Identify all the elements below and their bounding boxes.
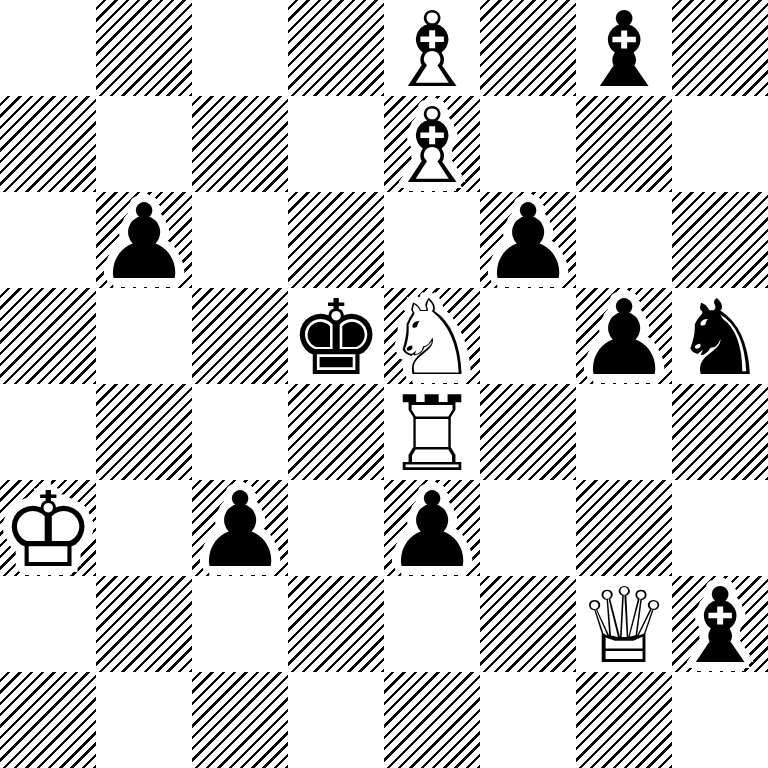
- square-c8[interactable]: [192, 0, 288, 96]
- piece-halo: ♟: [96, 192, 192, 288]
- square-h1[interactable]: [672, 672, 768, 768]
- square-a5[interactable]: [0, 288, 96, 384]
- square-b4[interactable]: [96, 384, 192, 480]
- square-d8[interactable]: [288, 0, 384, 96]
- square-e5[interactable]: ♞♘: [384, 288, 480, 384]
- square-g7[interactable]: [576, 96, 672, 192]
- square-c5[interactable]: [192, 288, 288, 384]
- square-g6[interactable]: [576, 192, 672, 288]
- square-c4[interactable]: [192, 384, 288, 480]
- square-e2[interactable]: [384, 576, 480, 672]
- square-a4[interactable]: [0, 384, 96, 480]
- square-a8[interactable]: [0, 0, 96, 96]
- square-c7[interactable]: [192, 96, 288, 192]
- square-b2[interactable]: [96, 576, 192, 672]
- square-d3[interactable]: [288, 480, 384, 576]
- square-b1[interactable]: [96, 672, 192, 768]
- square-h7[interactable]: [672, 96, 768, 192]
- square-e8[interactable]: ♝♗: [384, 0, 480, 96]
- square-f5[interactable]: [480, 288, 576, 384]
- square-c3[interactable]: ♟♟: [192, 480, 288, 576]
- piece-halo: ♝: [384, 0, 480, 96]
- square-a7[interactable]: [0, 96, 96, 192]
- square-f7[interactable]: [480, 96, 576, 192]
- square-g8[interactable]: ♝♝: [576, 0, 672, 96]
- piece-halo: ♞: [384, 288, 480, 384]
- square-f4[interactable]: [480, 384, 576, 480]
- piece-halo: ♚: [0, 480, 96, 576]
- piece-halo: ♞: [672, 288, 768, 384]
- square-a1[interactable]: [0, 672, 96, 768]
- piece-halo: ♚: [288, 288, 384, 384]
- square-b7[interactable]: [96, 96, 192, 192]
- chess-board: ♝♗♝♝♝♗♟♟♟♟♚♚♞♘♟♟♞♞♜♖♚♔♟♟♟♟♛♕♝♝: [0, 0, 768, 768]
- square-b8[interactable]: [96, 0, 192, 96]
- square-c2[interactable]: [192, 576, 288, 672]
- piece-black-king[interactable]: ♚: [288, 288, 384, 384]
- piece-black-pawn[interactable]: ♟: [384, 480, 480, 576]
- piece-black-pawn[interactable]: ♟: [192, 480, 288, 576]
- square-g5[interactable]: ♟♟: [576, 288, 672, 384]
- square-h3[interactable]: [672, 480, 768, 576]
- square-d7[interactable]: [288, 96, 384, 192]
- piece-black-bishop[interactable]: ♝: [672, 576, 768, 672]
- square-a3[interactable]: ♚♔: [0, 480, 96, 576]
- square-g1[interactable]: [576, 672, 672, 768]
- piece-black-bishop[interactable]: ♝: [576, 0, 672, 96]
- square-h2[interactable]: ♝♝: [672, 576, 768, 672]
- square-f1[interactable]: [480, 672, 576, 768]
- square-d2[interactable]: [288, 576, 384, 672]
- piece-black-pawn[interactable]: ♟: [480, 192, 576, 288]
- square-f2[interactable]: [480, 576, 576, 672]
- piece-white-knight[interactable]: ♘: [384, 288, 480, 384]
- square-e7[interactable]: ♝♗: [384, 96, 480, 192]
- square-h5[interactable]: ♞♞: [672, 288, 768, 384]
- square-h8[interactable]: [672, 0, 768, 96]
- square-d6[interactable]: [288, 192, 384, 288]
- square-h4[interactable]: [672, 384, 768, 480]
- piece-white-king[interactable]: ♔: [0, 480, 96, 576]
- piece-halo: ♝: [384, 96, 480, 192]
- square-f8[interactable]: [480, 0, 576, 96]
- square-d5[interactable]: ♚♚: [288, 288, 384, 384]
- piece-white-queen[interactable]: ♕: [576, 576, 672, 672]
- square-f3[interactable]: [480, 480, 576, 576]
- square-c6[interactable]: [192, 192, 288, 288]
- piece-white-rook[interactable]: ♖: [384, 384, 480, 480]
- square-g4[interactable]: [576, 384, 672, 480]
- piece-white-bishop[interactable]: ♗: [384, 96, 480, 192]
- piece-halo: ♝: [576, 0, 672, 96]
- piece-halo: ♟: [384, 480, 480, 576]
- square-a6[interactable]: [0, 192, 96, 288]
- square-e3[interactable]: ♟♟: [384, 480, 480, 576]
- square-g2[interactable]: ♛♕: [576, 576, 672, 672]
- square-e1[interactable]: [384, 672, 480, 768]
- square-e6[interactable]: [384, 192, 480, 288]
- square-b6[interactable]: ♟♟: [96, 192, 192, 288]
- square-b5[interactable]: [96, 288, 192, 384]
- square-d1[interactable]: [288, 672, 384, 768]
- piece-halo: ♟: [192, 480, 288, 576]
- piece-halo: ♝: [672, 576, 768, 672]
- square-g3[interactable]: [576, 480, 672, 576]
- square-a2[interactable]: [0, 576, 96, 672]
- square-e4[interactable]: ♜♖: [384, 384, 480, 480]
- square-f6[interactable]: ♟♟: [480, 192, 576, 288]
- piece-halo: ♟: [480, 192, 576, 288]
- piece-black-knight[interactable]: ♞: [672, 288, 768, 384]
- square-b3[interactable]: [96, 480, 192, 576]
- piece-halo: ♜: [384, 384, 480, 480]
- square-h6[interactable]: [672, 192, 768, 288]
- piece-black-pawn[interactable]: ♟: [576, 288, 672, 384]
- piece-halo: ♛: [576, 576, 672, 672]
- square-c1[interactable]: [192, 672, 288, 768]
- square-d4[interactable]: [288, 384, 384, 480]
- piece-halo: ♟: [576, 288, 672, 384]
- piece-white-bishop[interactable]: ♗: [384, 0, 480, 96]
- piece-black-pawn[interactable]: ♟: [96, 192, 192, 288]
